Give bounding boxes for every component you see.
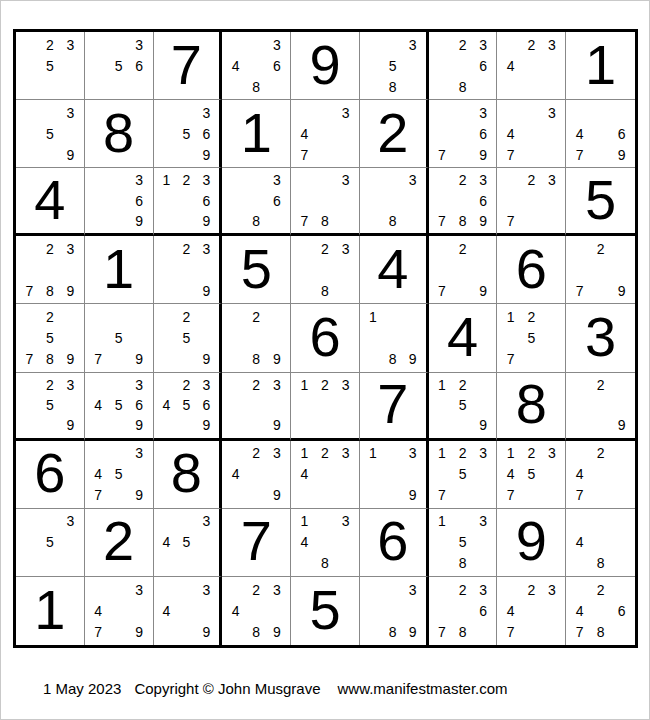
candidate-6: 6 (473, 191, 494, 211)
candidate-1 (225, 170, 246, 190)
cell-r4c7[interactable]: 279 (429, 236, 498, 304)
candidate-6 (611, 395, 632, 415)
candidate-4: 4 (569, 464, 590, 485)
cell-r1c2[interactable]: 356 (85, 32, 154, 100)
pencil-marks: 234569 (157, 375, 217, 436)
candidate-7 (294, 415, 315, 435)
candidate-3: 3 (196, 238, 216, 259)
cell-r3c4[interactable]: 368 (222, 168, 291, 236)
candidate-2: 2 (176, 170, 196, 190)
candidate-8: 8 (40, 349, 61, 370)
candidate-4 (363, 191, 383, 211)
candidate-1 (569, 102, 590, 123)
candidate-3: 3 (542, 170, 563, 190)
cell-r7c1[interactable]: 6 (16, 441, 85, 509)
candidate-4: 4 (500, 464, 521, 485)
pencil-marks: 279 (569, 238, 632, 301)
candidate-6 (611, 259, 632, 280)
cell-r9c3[interactable]: 349 (154, 577, 223, 645)
candidate-9 (542, 622, 563, 643)
cell-r5c8[interactable]: 1257 (497, 304, 566, 372)
candidate-8: 8 (246, 349, 267, 370)
candidate-9 (542, 144, 563, 165)
cell-r8c9[interactable]: 48 (566, 509, 635, 577)
candidate-7: 7 (88, 485, 109, 506)
candidate-6 (335, 259, 356, 280)
candidate-1 (88, 170, 109, 190)
cell-r8c8[interactable]: 9 (497, 509, 566, 577)
candidate-4: 4 (500, 600, 521, 621)
candidate-3 (611, 238, 632, 259)
cell-r7c6[interactable]: 139 (360, 441, 429, 509)
candidate-1 (157, 238, 177, 259)
candidate-2 (383, 34, 403, 55)
candidate-7: 7 (294, 144, 315, 165)
candidate-5 (246, 327, 267, 348)
candidate-3 (267, 306, 288, 327)
solved-digit: 1 (585, 37, 616, 93)
solved-digit: 6 (377, 513, 408, 569)
candidate-8 (452, 485, 473, 506)
candidate-9: 9 (473, 280, 494, 301)
candidate-3: 3 (267, 170, 288, 190)
candidate-4 (157, 259, 177, 280)
cell-r8c7[interactable]: 1358 (429, 509, 498, 577)
candidate-3: 3 (473, 170, 494, 190)
candidate-2: 2 (521, 579, 542, 600)
cell-r7c2[interactable]: 34579 (85, 441, 154, 509)
cell-r4c8[interactable]: 6 (497, 236, 566, 304)
cell-r1c1[interactable]: 235 (16, 32, 85, 100)
candidate-6 (542, 55, 563, 76)
candidate-1 (157, 102, 177, 123)
candidate-1 (225, 375, 246, 395)
candidate-6 (335, 123, 356, 144)
candidate-5 (383, 327, 403, 348)
candidate-6: 6 (473, 600, 494, 621)
candidate-7 (500, 76, 521, 97)
candidate-9 (60, 553, 81, 574)
cell-r1c7[interactable]: 2368 (429, 32, 498, 100)
candidate-5 (590, 532, 611, 553)
cell-r1c6[interactable]: 358 (360, 32, 429, 100)
candidate-2: 2 (521, 170, 542, 190)
cell-r5c2[interactable]: 579 (85, 304, 154, 372)
candidate-8: 8 (315, 211, 336, 231)
cell-r1c8[interactable]: 234 (497, 32, 566, 100)
candidate-2 (40, 102, 61, 123)
candidate-1 (157, 579, 177, 600)
cell-r9c7[interactable]: 23678 (429, 577, 498, 645)
pencil-marks: 345 (157, 511, 217, 574)
candidate-5: 5 (452, 464, 473, 485)
pencil-marks: 34579 (88, 443, 150, 506)
candidate-7 (88, 415, 109, 435)
candidate-4 (432, 55, 453, 76)
candidate-9: 9 (129, 211, 150, 231)
candidate-5 (521, 600, 542, 621)
candidate-1: 1 (432, 511, 453, 532)
candidate-3: 3 (60, 511, 81, 532)
candidate-5 (315, 259, 336, 280)
candidate-6: 6 (129, 55, 150, 76)
candidate-6 (335, 191, 356, 211)
candidate-7 (363, 76, 383, 97)
candidate-2: 2 (176, 306, 196, 327)
candidate-1 (88, 579, 109, 600)
pencil-marks: 12369 (157, 170, 217, 231)
candidate-2: 2 (452, 443, 473, 464)
cell-r9c9[interactable]: 24678 (566, 577, 635, 645)
candidate-9 (611, 622, 632, 643)
candidate-7 (294, 485, 315, 506)
cell-r2c8[interactable]: 347 (497, 100, 566, 168)
cell-r3c7[interactable]: 236789 (429, 168, 498, 236)
candidate-3: 3 (403, 34, 423, 55)
candidate-9: 9 (403, 622, 423, 643)
cell-r2c6[interactable]: 2 (360, 100, 429, 168)
candidate-5 (246, 55, 267, 76)
solved-digit: 4 (377, 241, 408, 297)
cell-r3c3[interactable]: 12369 (154, 168, 223, 236)
candidate-9 (196, 553, 216, 574)
candidate-4: 4 (157, 395, 177, 415)
cell-r9c6[interactable]: 389 (360, 577, 429, 645)
pencil-marks: 289 (225, 306, 287, 369)
candidate-9: 9 (196, 144, 216, 165)
candidate-3: 3 (403, 579, 423, 600)
cell-r6c8[interactable]: 8 (497, 373, 566, 441)
candidate-7: 7 (432, 211, 453, 231)
candidate-7: 7 (88, 622, 109, 643)
candidate-6 (335, 532, 356, 553)
candidate-4: 4 (157, 532, 177, 553)
candidate-2 (590, 102, 611, 123)
candidate-5 (383, 191, 403, 211)
cell-r7c5[interactable]: 1234 (291, 441, 360, 509)
candidate-9: 9 (611, 415, 632, 435)
pencil-marks: 279 (432, 238, 494, 301)
candidate-8 (108, 76, 129, 97)
candidate-4 (363, 55, 383, 76)
candidate-2 (108, 375, 129, 395)
candidate-9: 9 (473, 144, 494, 165)
cell-r6c4[interactable]: 239 (222, 373, 291, 441)
cell-r5c6[interactable]: 189 (360, 304, 429, 372)
cell-r4c9[interactable]: 279 (566, 236, 635, 304)
candidate-4 (19, 327, 40, 348)
candidate-6: 6 (473, 123, 494, 144)
cell-r9c5[interactable]: 5 (291, 577, 360, 645)
candidate-9 (473, 553, 494, 574)
cell-r7c7[interactable]: 12357 (429, 441, 498, 509)
candidate-7: 7 (569, 280, 590, 301)
cell-r5c5[interactable]: 6 (291, 304, 360, 372)
solved-digit: 7 (377, 376, 408, 432)
candidate-3: 3 (267, 579, 288, 600)
candidate-5: 5 (176, 395, 196, 415)
candidate-7 (19, 76, 40, 97)
candidate-6 (611, 464, 632, 485)
cell-r3c2[interactable]: 369 (85, 168, 154, 236)
candidate-8: 8 (590, 553, 611, 574)
candidate-3: 3 (60, 375, 81, 395)
candidate-8 (176, 211, 196, 231)
candidate-3: 3 (267, 34, 288, 55)
pencil-marks: 347 (500, 102, 562, 165)
candidate-4: 4 (88, 600, 109, 621)
candidate-1 (157, 511, 177, 532)
candidate-5 (521, 191, 542, 211)
cell-r2c1[interactable]: 359 (16, 100, 85, 168)
pencil-marks: 356 (88, 34, 150, 97)
candidate-5 (176, 191, 196, 211)
pencil-marks: 38 (363, 170, 423, 231)
candidate-6 (267, 327, 288, 348)
pencil-marks: 247 (569, 443, 632, 506)
pencil-marks: 378 (294, 170, 356, 231)
pencil-marks: 237 (500, 170, 562, 231)
footer: 1 May 2023Copyright © John Musgravewww.m… (43, 680, 508, 697)
candidate-4: 4 (294, 532, 315, 553)
candidate-9: 9 (60, 144, 81, 165)
cell-r6c2[interactable]: 34569 (85, 373, 154, 441)
solved-digit: 1 (103, 241, 134, 297)
cell-r3c8[interactable]: 237 (497, 168, 566, 236)
cell-r9c8[interactable]: 2347 (497, 577, 566, 645)
candidate-9 (335, 553, 356, 574)
footer-date: 1 May 2023 (43, 680, 121, 697)
cell-r5c1[interactable]: 25789 (16, 304, 85, 372)
candidate-7 (157, 415, 177, 435)
cell-r2c7[interactable]: 3679 (429, 100, 498, 168)
cell-r3c6[interactable]: 38 (360, 168, 429, 236)
cell-r1c3[interactable]: 7 (154, 32, 223, 100)
sudoku-board: 2353567346893582368234135983569134723679… (13, 29, 638, 648)
cell-r7c8[interactable]: 123457 (497, 441, 566, 509)
candidate-9: 9 (196, 280, 216, 301)
candidate-4: 4 (225, 600, 246, 621)
candidate-1: 1 (500, 443, 521, 464)
pencil-marks: 1257 (500, 306, 562, 369)
cell-r6c5[interactable]: 123 (291, 373, 360, 441)
cell-r6c7[interactable]: 1259 (429, 373, 498, 441)
pencil-marks: 239 (225, 375, 287, 436)
puzzle-page: 2353567346893582368234135983569134723679… (0, 0, 650, 720)
candidate-2: 2 (590, 238, 611, 259)
candidate-4 (225, 395, 246, 415)
candidate-3: 3 (129, 579, 150, 600)
candidate-4 (432, 464, 453, 485)
candidate-9 (335, 144, 356, 165)
candidate-2 (40, 511, 61, 532)
candidate-8 (315, 144, 336, 165)
candidate-2: 2 (246, 443, 267, 464)
candidate-3: 3 (129, 443, 150, 464)
cell-r7c9[interactable]: 247 (566, 441, 635, 509)
cell-r6c1[interactable]: 2359 (16, 373, 85, 441)
candidate-6 (267, 600, 288, 621)
cell-r3c5[interactable]: 378 (291, 168, 360, 236)
candidate-1 (157, 306, 177, 327)
candidate-1 (294, 238, 315, 259)
cell-r8c6[interactable]: 6 (360, 509, 429, 577)
candidate-7 (569, 553, 590, 574)
candidate-1 (294, 102, 315, 123)
cell-r2c9[interactable]: 4679 (566, 100, 635, 168)
candidate-4: 4 (225, 464, 246, 485)
candidate-6 (196, 600, 216, 621)
candidate-9: 9 (473, 211, 494, 231)
candidate-8 (521, 211, 542, 231)
cell-r3c1[interactable]: 4 (16, 168, 85, 236)
solved-digit: 4 (34, 172, 65, 228)
candidate-6 (403, 464, 423, 485)
candidate-7: 7 (500, 349, 521, 370)
cell-r2c4[interactable]: 1 (222, 100, 291, 168)
cell-r8c5[interactable]: 1348 (291, 509, 360, 577)
cell-r4c4[interactable]: 5 (222, 236, 291, 304)
candidate-5: 5 (108, 395, 129, 415)
candidate-9: 9 (611, 280, 632, 301)
candidate-7 (294, 280, 315, 301)
cell-r6c6[interactable]: 7 (360, 373, 429, 441)
pencil-marks: 34569 (88, 375, 150, 436)
candidate-9 (473, 485, 494, 506)
candidate-9: 9 (267, 415, 288, 435)
candidate-9 (335, 211, 356, 231)
cell-r8c1[interactable]: 35 (16, 509, 85, 577)
cell-r4c5[interactable]: 238 (291, 236, 360, 304)
cell-r9c1[interactable]: 1 (16, 577, 85, 645)
candidate-1 (500, 579, 521, 600)
cell-r4c6[interactable]: 4 (360, 236, 429, 304)
cell-r4c2[interactable]: 1 (85, 236, 154, 304)
candidate-3: 3 (335, 102, 356, 123)
candidate-4: 4 (225, 55, 246, 76)
candidate-3: 3 (196, 102, 216, 123)
candidate-8 (452, 144, 473, 165)
candidate-9: 9 (403, 485, 423, 506)
candidate-2: 2 (452, 34, 473, 55)
pencil-marks: 2347 (500, 579, 562, 643)
candidate-4 (294, 259, 315, 280)
candidate-4 (157, 191, 177, 211)
candidate-3: 3 (403, 170, 423, 190)
candidate-6 (542, 191, 563, 211)
solved-digit: 7 (241, 513, 272, 569)
cell-r2c3[interactable]: 3569 (154, 100, 223, 168)
pencil-marks: 1259 (432, 375, 494, 436)
candidate-7 (225, 349, 246, 370)
cell-r5c3[interactable]: 259 (154, 304, 223, 372)
candidate-8: 8 (246, 76, 267, 97)
solved-digit: 6 (309, 309, 340, 365)
cell-r2c5[interactable]: 347 (291, 100, 360, 168)
cell-r7c4[interactable]: 2349 (222, 441, 291, 509)
candidate-2 (176, 511, 196, 532)
cell-r2c2[interactable]: 8 (85, 100, 154, 168)
candidate-6 (542, 123, 563, 144)
candidate-2: 2 (452, 579, 473, 600)
candidate-5 (383, 600, 403, 621)
candidate-5 (246, 191, 267, 211)
candidate-9 (611, 553, 632, 574)
candidate-3: 3 (196, 375, 216, 395)
cell-r1c4[interactable]: 3468 (222, 32, 291, 100)
pencil-marks: 3569 (157, 102, 217, 165)
cell-r7c3[interactable]: 8 (154, 441, 223, 509)
candidate-8: 8 (383, 349, 403, 370)
candidate-9 (542, 485, 563, 506)
cell-r4c3[interactable]: 239 (154, 236, 223, 304)
cell-r5c4[interactable]: 289 (222, 304, 291, 372)
candidate-9: 9 (60, 280, 81, 301)
cell-r1c5[interactable]: 9 (291, 32, 360, 100)
candidate-7 (225, 211, 246, 231)
cell-r8c4[interactable]: 7 (222, 509, 291, 577)
candidate-3: 3 (60, 34, 81, 55)
candidate-3: 3 (473, 579, 494, 600)
candidate-9 (267, 211, 288, 231)
cell-r5c7[interactable]: 4 (429, 304, 498, 372)
cell-r8c2[interactable]: 2 (85, 509, 154, 577)
cell-r5c9[interactable]: 3 (566, 304, 635, 372)
candidate-6 (473, 532, 494, 553)
candidate-5 (315, 464, 336, 485)
candidate-7: 7 (500, 211, 521, 231)
cell-r6c3[interactable]: 234569 (154, 373, 223, 441)
candidate-3 (611, 102, 632, 123)
candidate-4: 4 (157, 600, 177, 621)
candidate-5 (590, 395, 611, 415)
candidate-2 (108, 443, 129, 464)
candidate-2 (452, 102, 473, 123)
candidate-1 (569, 511, 590, 532)
candidate-6 (403, 191, 423, 211)
candidate-6 (60, 123, 81, 144)
candidate-7 (88, 76, 109, 97)
candidate-1 (19, 102, 40, 123)
candidate-2: 2 (452, 170, 473, 190)
candidate-7: 7 (432, 622, 453, 643)
candidate-9 (473, 76, 494, 97)
cell-r8c3[interactable]: 345 (154, 509, 223, 577)
candidate-4 (569, 259, 590, 280)
cell-r6c9[interactable]: 29 (566, 373, 635, 441)
candidate-2 (383, 579, 403, 600)
candidate-9: 9 (473, 415, 494, 435)
cell-r3c9[interactable]: 5 (566, 168, 635, 236)
candidate-4 (500, 327, 521, 348)
candidate-1 (19, 511, 40, 532)
candidate-2 (383, 170, 403, 190)
pencil-marks: 368 (225, 170, 287, 231)
candidate-9: 9 (196, 415, 216, 435)
candidate-7: 7 (432, 280, 453, 301)
candidate-1: 1 (363, 306, 383, 327)
cell-r4c1[interactable]: 23789 (16, 236, 85, 304)
candidate-5 (590, 600, 611, 621)
candidate-4 (225, 327, 246, 348)
candidate-7 (225, 622, 246, 643)
cell-r9c4[interactable]: 23489 (222, 577, 291, 645)
candidate-3: 3 (335, 511, 356, 532)
cell-r1c9[interactable]: 1 (566, 32, 635, 100)
cell-r9c2[interactable]: 3479 (85, 577, 154, 645)
candidate-1 (569, 238, 590, 259)
candidate-6 (542, 464, 563, 485)
